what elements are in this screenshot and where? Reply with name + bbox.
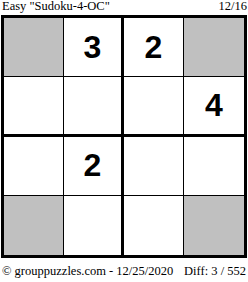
- difficulty-text: Diff: 3 / 552: [184, 265, 246, 278]
- cell-r3c3[interactable]: [184, 196, 244, 255]
- cell-r1c2[interactable]: [124, 77, 184, 136]
- puzzle-title: Easy "Sudoku-4-OC": [2, 0, 110, 13]
- cell-r3c2[interactable]: [124, 196, 184, 255]
- cell-r2c1: 2: [64, 137, 124, 196]
- cell-r1c3: 4: [184, 77, 244, 136]
- cell-r1c1[interactable]: [64, 77, 124, 136]
- header: Easy "Sudoku-4-OC" 12/16: [2, 0, 247, 15]
- cell-r2c2[interactable]: [124, 137, 184, 196]
- cell-r3c1[interactable]: [64, 196, 124, 255]
- cell-r3c0[interactable]: [4, 196, 64, 255]
- cell-r1c0[interactable]: [4, 77, 64, 136]
- cell-r2c0[interactable]: [4, 137, 64, 196]
- cell-r0c2: 2: [124, 18, 184, 77]
- copyright-text: © grouppuzzles.com - 12/25/2020: [2, 265, 173, 278]
- cell-r2c3[interactable]: [184, 137, 244, 196]
- sudoku-board: 3 2 4 2: [1, 15, 247, 258]
- cell-r0c1: 3: [64, 18, 124, 77]
- footer: © grouppuzzles.com - 12/25/2020 Diff: 3 …: [2, 265, 246, 278]
- cell-r0c0[interactable]: [4, 18, 64, 77]
- puzzle-page: Easy "Sudoku-4-OC" 12/16 3 2 4 2 © group…: [0, 0, 248, 282]
- page-number: 12/16: [219, 0, 247, 13]
- cell-r0c3[interactable]: [184, 18, 244, 77]
